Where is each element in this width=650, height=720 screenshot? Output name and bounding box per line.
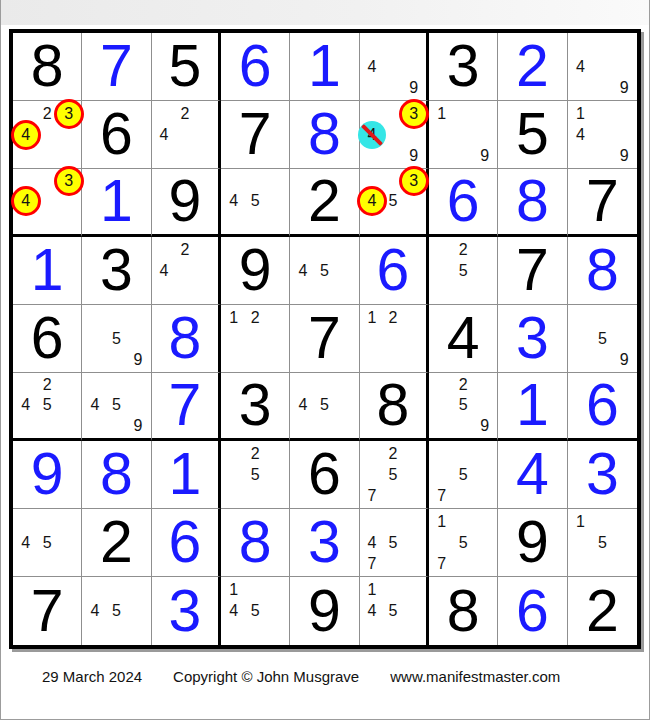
solved-digit: 8 xyxy=(100,445,133,504)
pencil-slot-3 xyxy=(58,511,79,532)
pencil-slot-8 xyxy=(452,281,473,302)
pencil-slot-6 xyxy=(474,260,495,281)
candidate-digit: 1 xyxy=(576,106,585,122)
candidate-digit: 7 xyxy=(368,556,377,572)
candidate-digit: 4 xyxy=(229,193,238,209)
footer-date: 29 March 2024 xyxy=(42,668,142,685)
candidate-digit: 4 xyxy=(91,603,100,619)
pencil-slot-3 xyxy=(266,171,287,191)
pencil-slot-4: 4 xyxy=(154,124,175,145)
candidate-digit: 9 xyxy=(620,352,629,368)
pencil-slot-6 xyxy=(335,260,356,281)
pencil-slot-3 xyxy=(474,239,495,260)
pencil-marks: 157 xyxy=(431,511,495,574)
pencil-slot-9: 9 xyxy=(613,77,635,98)
candidate-digit: 5 xyxy=(251,603,260,619)
pencil-slot-8 xyxy=(36,553,57,574)
cell-r3c5[interactable]: 2 xyxy=(290,169,359,237)
pencil-slot-2 xyxy=(452,443,473,464)
given-digit: 2 xyxy=(586,582,619,641)
footer-website-link[interactable]: www.manifestmaster.com xyxy=(390,668,560,685)
pencil-marks: 59 xyxy=(84,307,148,370)
cell-r9c5[interactable]: 9 xyxy=(290,577,359,645)
pencil-slot-6 xyxy=(403,56,424,77)
cell-r5c2[interactable]: 59 xyxy=(82,305,151,373)
pencil-slot-5 xyxy=(382,56,403,77)
pencil-marks: 257 xyxy=(362,443,424,506)
pencil-slot-9 xyxy=(403,553,424,574)
solved-digit: 8 xyxy=(586,241,619,300)
cell-r3c9[interactable]: 7 xyxy=(568,169,637,237)
cell-r7c7[interactable]: 57 xyxy=(429,441,498,509)
pencil-marks: 24 xyxy=(154,239,216,302)
pencil-slot-8 xyxy=(382,622,403,643)
pencil-marks: 25 xyxy=(431,239,495,302)
pencil-slot-6 xyxy=(613,56,635,77)
candidate-digit: 5 xyxy=(43,535,52,551)
given-digit: 8 xyxy=(31,37,64,96)
cell-r9c7[interactable]: 8 xyxy=(429,577,498,645)
cell-r4c8[interactable]: 7 xyxy=(498,237,567,305)
pencil-slot-9 xyxy=(335,416,356,436)
given-digit: 7 xyxy=(31,582,64,641)
cell-r2c4[interactable]: 7 xyxy=(221,101,290,169)
candidate-digit: 5 xyxy=(459,263,468,279)
pencil-slot-3 xyxy=(266,307,287,328)
pencil-slot-6 xyxy=(266,600,287,621)
solved-digit: 1 xyxy=(31,241,64,300)
pencil-slot-9 xyxy=(266,212,287,232)
cell-r2c9[interactable]: 149 xyxy=(568,101,637,169)
cell-r5c7[interactable]: 4 xyxy=(429,305,498,373)
title-bar xyxy=(1,0,649,25)
candidate-digit: 4 xyxy=(21,127,30,143)
cell-r1c6[interactable]: 49 xyxy=(360,33,429,101)
cell-r6c1[interactable]: 245 xyxy=(13,373,82,441)
solved-digit: 6 xyxy=(168,513,201,572)
pencil-slot-5 xyxy=(244,328,265,349)
candidate-digit: 7 xyxy=(437,556,446,572)
candidate-digit: 5 xyxy=(598,535,607,551)
pencil-marks: 345 xyxy=(362,171,424,232)
pencil-slot-2 xyxy=(106,375,127,395)
pencil-slot-3 xyxy=(613,511,635,532)
pencil-slot-9 xyxy=(474,553,495,574)
candidate-digit: 5 xyxy=(388,603,397,619)
cell-r1c7[interactable]: 3 xyxy=(429,33,498,101)
pencil-slot-9 xyxy=(403,212,424,232)
pencil-slot-4: 4 xyxy=(15,395,36,415)
candidate-digit: 9 xyxy=(133,352,142,368)
pencil-slot-4: 4 xyxy=(362,124,383,145)
pencil-marks: 45 xyxy=(223,171,287,232)
candidate-digit: 2 xyxy=(180,106,189,122)
cell-r7c3[interactable]: 1 xyxy=(152,441,221,509)
candidate-digit: 4 xyxy=(21,397,30,413)
pencil-slot-8 xyxy=(36,212,57,232)
pencil-slot-6 xyxy=(613,124,635,145)
cell-r1c1[interactable]: 8 xyxy=(13,33,82,101)
cell-r7c6[interactable]: 257 xyxy=(360,441,429,509)
solved-digit: 1 xyxy=(168,445,201,504)
candidate-digit: 3 xyxy=(409,173,418,189)
cell-r3c2[interactable]: 1 xyxy=(82,169,151,237)
pencil-slot-4 xyxy=(362,328,383,349)
cell-r6c6[interactable]: 8 xyxy=(360,373,429,441)
solved-digit: 1 xyxy=(516,376,549,435)
solved-digit: 2 xyxy=(516,37,549,96)
cell-r4c9[interactable]: 8 xyxy=(568,237,637,305)
pencil-slot-7 xyxy=(223,622,244,643)
pencil-slot-9 xyxy=(474,281,495,302)
pencil-slot-2 xyxy=(591,511,613,532)
solved-digit: 6 xyxy=(586,376,619,435)
candidate-digit: 5 xyxy=(388,467,397,483)
cell-r6c7[interactable]: 259 xyxy=(429,373,498,441)
pencil-slot-8 xyxy=(382,485,403,506)
cell-r7c5[interactable]: 6 xyxy=(290,441,359,509)
pencil-slot-9 xyxy=(58,553,79,574)
pencil-slot-4 xyxy=(362,464,383,485)
pencil-slot-4: 4 xyxy=(362,600,383,621)
pencil-slot-2: 2 xyxy=(244,307,265,328)
given-digit: 3 xyxy=(239,376,272,435)
cell-r8c6[interactable]: 457 xyxy=(360,509,429,577)
given-digit: 2 xyxy=(308,172,341,231)
pencil-slot-1 xyxy=(84,579,105,600)
cell-r4c4[interactable]: 9 xyxy=(221,237,290,305)
pencil-slot-3: 3 xyxy=(58,171,79,191)
candidate-digit: 1 xyxy=(437,514,446,530)
pencil-slot-9: 9 xyxy=(127,416,148,436)
pencil-slot-4 xyxy=(570,328,592,349)
candidate-digit: 4 xyxy=(21,193,30,209)
cell-r7c1[interactable]: 9 xyxy=(13,441,82,509)
cell-r9c4[interactable]: 145 xyxy=(221,577,290,645)
cell-r5c8[interactable]: 3 xyxy=(498,305,567,373)
pencil-marks: 145 xyxy=(362,579,424,643)
candidate-digit: 9 xyxy=(409,80,418,96)
candidate-digit: 2 xyxy=(43,106,52,122)
given-digit: 5 xyxy=(516,105,549,164)
cell-r7c9[interactable]: 3 xyxy=(568,441,637,509)
candidate-digit: 4 xyxy=(368,535,377,551)
pencil-slot-4 xyxy=(431,464,452,485)
pencil-slot-7 xyxy=(362,622,383,643)
cell-r3c6[interactable]: 345 xyxy=(360,169,429,237)
pencil-slot-1 xyxy=(570,35,592,56)
cell-r9c1[interactable]: 7 xyxy=(13,577,82,645)
cell-r3c7[interactable]: 6 xyxy=(429,169,498,237)
cell-r1c9[interactable]: 49 xyxy=(568,33,637,101)
pencil-slot-5: 5 xyxy=(452,395,473,415)
candidate-digit: 5 xyxy=(43,397,52,413)
cell-r9c8[interactable]: 6 xyxy=(498,577,567,645)
candidate-digit: 4 xyxy=(160,263,169,279)
pencil-slot-3 xyxy=(474,443,495,464)
candidate-digit: 3 xyxy=(64,173,73,189)
pencil-marks: 34 xyxy=(15,171,79,232)
pencil-slot-9 xyxy=(266,622,287,643)
pencil-slot-1: 1 xyxy=(362,579,383,600)
cell-r4c7[interactable]: 25 xyxy=(429,237,498,305)
solved-digit: 6 xyxy=(376,241,409,300)
pencil-slot-8 xyxy=(106,416,127,436)
cell-r3c1[interactable]: 34 xyxy=(13,169,82,237)
cell-r9c6[interactable]: 145 xyxy=(360,577,429,645)
cell-r5c4[interactable]: 12 xyxy=(221,305,290,373)
pencil-slot-8 xyxy=(174,145,195,166)
cell-r1c4[interactable]: 6 xyxy=(221,33,290,101)
pencil-slot-3 xyxy=(58,375,79,395)
given-digit: 6 xyxy=(100,105,133,164)
cell-r6c8[interactable]: 1 xyxy=(498,373,567,441)
pencil-marks: 234 xyxy=(15,103,79,166)
pencil-slot-1 xyxy=(15,511,36,532)
pencil-slot-3 xyxy=(403,307,424,328)
pencil-slot-9 xyxy=(266,349,287,370)
candidate-digit: 5 xyxy=(320,397,329,413)
pencil-slot-2: 2 xyxy=(174,103,195,124)
candidate-digit: 5 xyxy=(251,193,260,209)
pencil-slot-5 xyxy=(452,124,473,145)
cell-r3c8[interactable]: 8 xyxy=(498,169,567,237)
pencil-slot-3 xyxy=(474,375,495,395)
cell-r6c4[interactable]: 3 xyxy=(221,373,290,441)
candidate-digit: 2 xyxy=(459,377,468,393)
candidate-digit: 2 xyxy=(251,310,260,326)
given-digit: 9 xyxy=(516,513,549,572)
cell-r4c2[interactable]: 3 xyxy=(82,237,151,305)
candidate-digit: 4 xyxy=(299,397,308,413)
cell-r7c8[interactable]: 4 xyxy=(498,441,567,509)
pencil-marks: 145 xyxy=(223,579,287,643)
pencil-slot-4: 4 xyxy=(15,532,36,553)
pencil-slot-8 xyxy=(244,485,265,506)
cell-r9c3[interactable]: 3 xyxy=(152,577,221,645)
pencil-slot-2 xyxy=(244,579,265,600)
cell-r8c2[interactable]: 2 xyxy=(82,509,151,577)
pencil-marks: 45 xyxy=(15,511,79,574)
pencil-slot-5: 5 xyxy=(452,532,473,553)
pencil-marks: 45 xyxy=(84,579,148,643)
pencil-slot-8 xyxy=(244,349,265,370)
cell-r8c1[interactable]: 45 xyxy=(13,509,82,577)
pencil-slot-1 xyxy=(84,375,105,395)
pencil-slot-7: 7 xyxy=(431,485,452,506)
pencil-slot-4: 4 xyxy=(84,395,105,415)
cell-r3c4[interactable]: 45 xyxy=(221,169,290,237)
pencil-marks: 259 xyxy=(431,375,495,436)
cell-r2c1[interactable]: 234 xyxy=(13,101,82,169)
pencil-slot-2 xyxy=(314,375,335,395)
pencil-slot-1: 1 xyxy=(223,307,244,328)
pencil-slot-8 xyxy=(591,553,613,574)
given-digit: 7 xyxy=(516,241,549,300)
cell-r5c5[interactable]: 7 xyxy=(290,305,359,373)
pencil-slot-2 xyxy=(106,579,127,600)
pencil-slot-4 xyxy=(431,124,452,145)
pencil-slot-2 xyxy=(382,579,403,600)
cell-r5c9[interactable]: 59 xyxy=(568,305,637,373)
cell-r7c2[interactable]: 8 xyxy=(82,441,151,509)
pencil-slot-1 xyxy=(154,239,175,260)
pencil-slot-6 xyxy=(266,464,287,485)
pencil-slot-4: 4 xyxy=(154,260,175,281)
cell-r8c4[interactable]: 8 xyxy=(221,509,290,577)
pencil-slot-1 xyxy=(15,375,36,395)
pencil-slot-3 xyxy=(403,511,424,532)
solved-digit: 1 xyxy=(100,172,133,231)
pencil-slot-9 xyxy=(613,553,635,574)
pencil-slot-5: 5 xyxy=(106,328,127,349)
pencil-slot-9: 9 xyxy=(474,416,495,436)
cell-r1c3[interactable]: 5 xyxy=(152,33,221,101)
cell-r5c1[interactable]: 6 xyxy=(13,305,82,373)
pencil-slot-5: 5 xyxy=(244,464,265,485)
pencil-slot-8 xyxy=(244,622,265,643)
given-digit: 4 xyxy=(447,309,480,368)
pencil-slot-7 xyxy=(223,485,244,506)
pencil-slot-2 xyxy=(452,103,473,124)
pencil-slot-8 xyxy=(106,622,127,643)
given-digit: 6 xyxy=(308,445,341,504)
cell-r8c5[interactable]: 3 xyxy=(290,509,359,577)
pencil-slot-2 xyxy=(36,511,57,532)
pencil-slot-1 xyxy=(431,239,452,260)
pencil-slot-7 xyxy=(570,145,592,166)
pencil-marks: 149 xyxy=(570,103,635,166)
cell-r4c1[interactable]: 1 xyxy=(13,237,82,305)
candidate-digit: 9 xyxy=(620,148,629,164)
cell-r9c9[interactable]: 2 xyxy=(568,577,637,645)
given-digit: 9 xyxy=(168,172,201,231)
cell-r1c2[interactable]: 7 xyxy=(82,33,151,101)
pencil-slot-2 xyxy=(382,35,403,56)
pencil-slot-5: 5 xyxy=(382,600,403,621)
pencil-slot-6 xyxy=(403,532,424,553)
pencil-slot-6 xyxy=(266,328,287,349)
pencil-slot-1: 1 xyxy=(431,103,452,124)
pencil-slot-5: 5 xyxy=(244,191,265,211)
solved-digit: 8 xyxy=(239,513,272,572)
pencil-slot-1 xyxy=(431,375,452,395)
cell-r1c5[interactable]: 1 xyxy=(290,33,359,101)
pencil-slot-2 xyxy=(591,35,613,56)
cell-r8c9[interactable]: 15 xyxy=(568,509,637,577)
cell-r2c6[interactable]: 349 xyxy=(360,101,429,169)
pencil-slot-9 xyxy=(403,485,424,506)
pencil-slot-6 xyxy=(58,532,79,553)
cell-r8c3[interactable]: 6 xyxy=(152,509,221,577)
pencil-slot-9: 9 xyxy=(613,349,635,370)
pencil-slot-7 xyxy=(292,281,313,302)
candidate-digit: 4 xyxy=(299,263,308,279)
given-digit: 2 xyxy=(100,513,133,572)
cell-r8c7[interactable]: 157 xyxy=(429,509,498,577)
cell-r8c8[interactable]: 9 xyxy=(498,509,567,577)
cell-r2c2[interactable]: 6 xyxy=(82,101,151,169)
cell-r2c8[interactable]: 5 xyxy=(498,101,567,169)
pencil-slot-9: 9 xyxy=(127,349,148,370)
pencil-slot-8 xyxy=(382,145,403,166)
pencil-slot-2: 2 xyxy=(174,239,195,260)
cell-r5c6[interactable]: 12 xyxy=(360,305,429,373)
pencil-slot-6 xyxy=(474,395,495,415)
cell-r4c5[interactable]: 45 xyxy=(290,237,359,305)
cell-r2c7[interactable]: 19 xyxy=(429,101,498,169)
candidate-digit: 5 xyxy=(459,397,468,413)
solved-digit: 3 xyxy=(516,309,549,368)
pencil-slot-5: 5 xyxy=(314,260,335,281)
pencil-slot-7 xyxy=(570,553,592,574)
pencil-slot-7 xyxy=(84,349,105,370)
cell-r6c2[interactable]: 459 xyxy=(82,373,151,441)
cell-r3c3[interactable]: 9 xyxy=(152,169,221,237)
cell-r6c5[interactable]: 45 xyxy=(290,373,359,441)
pencil-slot-5: 5 xyxy=(591,532,613,553)
pencil-slot-6 xyxy=(474,532,495,553)
cell-r5c3[interactable]: 8 xyxy=(152,305,221,373)
pencil-slot-7 xyxy=(292,416,313,436)
pencil-marks: 25 xyxy=(223,443,287,506)
solved-digit: 4 xyxy=(516,445,549,504)
pencil-marks: 459 xyxy=(84,375,148,436)
pencil-slot-4 xyxy=(431,260,452,281)
pencil-slot-4: 4 xyxy=(15,191,36,211)
pencil-slot-1 xyxy=(223,171,244,191)
cell-r2c3[interactable]: 24 xyxy=(152,101,221,169)
pencil-slot-6 xyxy=(195,124,216,145)
pencil-slot-7 xyxy=(223,349,244,370)
pencil-slot-3 xyxy=(127,579,148,600)
pencil-marks: 57 xyxy=(431,443,495,506)
pencil-slot-5: 5 xyxy=(382,532,403,553)
pencil-slot-5 xyxy=(591,56,613,77)
pencil-slot-4 xyxy=(570,532,592,553)
cell-r6c3[interactable]: 7 xyxy=(152,373,221,441)
candidate-digit: 4 xyxy=(368,59,377,75)
cell-r2c5[interactable]: 8 xyxy=(290,101,359,169)
given-digit: 3 xyxy=(447,37,480,96)
cell-r6c9[interactable]: 6 xyxy=(568,373,637,441)
pencil-slot-8 xyxy=(382,212,403,232)
pencil-slot-6 xyxy=(195,260,216,281)
pencil-slot-5: 5 xyxy=(106,600,127,621)
pencil-slot-6 xyxy=(266,191,287,211)
cell-r4c6[interactable]: 6 xyxy=(360,237,429,305)
pencil-slot-4: 4 xyxy=(362,56,383,77)
cell-r1c8[interactable]: 2 xyxy=(498,33,567,101)
pencil-marks: 349 xyxy=(362,103,424,166)
pencil-slot-2 xyxy=(106,307,127,328)
pencil-slot-3 xyxy=(266,579,287,600)
candidate-digit: 4 xyxy=(368,603,377,619)
cell-r7c4[interactable]: 25 xyxy=(221,441,290,509)
pencil-slot-8 xyxy=(452,553,473,574)
pencil-marks: 15 xyxy=(570,511,635,574)
pencil-slot-6 xyxy=(403,464,424,485)
candidate-digit: 5 xyxy=(598,331,607,347)
pencil-slot-4 xyxy=(223,464,244,485)
cell-r4c3[interactable]: 24 xyxy=(152,237,221,305)
solved-digit: 6 xyxy=(447,172,480,231)
candidate-digit: 1 xyxy=(437,106,446,122)
candidate-digit: 4 xyxy=(368,193,377,209)
cell-r9c2[interactable]: 45 xyxy=(82,577,151,645)
pencil-slot-7 xyxy=(362,349,383,370)
pencil-slot-7 xyxy=(362,77,383,98)
